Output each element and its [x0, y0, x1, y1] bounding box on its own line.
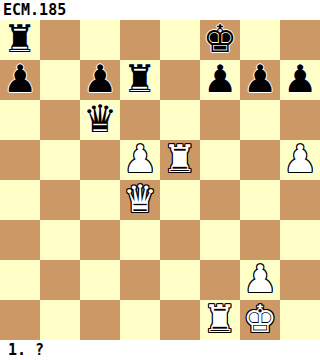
square-b2[interactable]: [40, 260, 80, 300]
square-d5[interactable]: ♟: [120, 140, 160, 180]
white-rook: ♜: [163, 139, 197, 179]
square-g3[interactable]: [240, 220, 280, 260]
white-pawn: ♟: [123, 139, 157, 179]
square-h4[interactable]: [280, 180, 320, 220]
square-f1[interactable]: ♜: [200, 300, 240, 340]
square-d2[interactable]: [120, 260, 160, 300]
square-b3[interactable]: [40, 220, 80, 260]
square-g7[interactable]: ♟: [240, 60, 280, 100]
chess-board: ♜♚♟♟♜♟♟♟♛♟♜♟♛♟♜♚: [0, 20, 320, 340]
diagram-header: ECM.185: [0, 0, 320, 20]
square-e1[interactable]: [160, 300, 200, 340]
square-f2[interactable]: [200, 260, 240, 300]
square-b4[interactable]: [40, 180, 80, 220]
square-f6[interactable]: [200, 100, 240, 140]
square-g2[interactable]: ♟: [240, 260, 280, 300]
square-a5[interactable]: [0, 140, 40, 180]
square-c1[interactable]: [80, 300, 120, 340]
square-c7[interactable]: ♟: [80, 60, 120, 100]
square-d3[interactable]: [120, 220, 160, 260]
black-pawn: ♟: [283, 59, 317, 99]
diagram-footer: 1. ?: [0, 340, 320, 360]
square-f8[interactable]: ♚: [200, 20, 240, 60]
white-king: ♚: [243, 299, 277, 339]
square-g8[interactable]: [240, 20, 280, 60]
square-b1[interactable]: [40, 300, 80, 340]
square-a1[interactable]: [0, 300, 40, 340]
square-a6[interactable]: [0, 100, 40, 140]
square-d7[interactable]: ♜: [120, 60, 160, 100]
square-a2[interactable]: [0, 260, 40, 300]
black-pawn: ♟: [83, 59, 117, 99]
square-f3[interactable]: [200, 220, 240, 260]
square-c8[interactable]: [80, 20, 120, 60]
square-h8[interactable]: [280, 20, 320, 60]
square-a8[interactable]: ♜: [0, 20, 40, 60]
square-c6[interactable]: ♛: [80, 100, 120, 140]
square-h2[interactable]: [280, 260, 320, 300]
white-queen: ♛: [123, 179, 157, 219]
white-pawn: ♟: [243, 259, 277, 299]
square-c3[interactable]: [80, 220, 120, 260]
square-e6[interactable]: [160, 100, 200, 140]
square-d6[interactable]: [120, 100, 160, 140]
square-b6[interactable]: [40, 100, 80, 140]
black-rook: ♜: [123, 59, 157, 99]
black-pawn: ♟: [3, 59, 37, 99]
square-b7[interactable]: [40, 60, 80, 100]
black-pawn: ♟: [243, 59, 277, 99]
square-e3[interactable]: [160, 220, 200, 260]
square-h6[interactable]: [280, 100, 320, 140]
square-g1[interactable]: ♚: [240, 300, 280, 340]
square-d1[interactable]: [120, 300, 160, 340]
square-c4[interactable]: [80, 180, 120, 220]
black-rook: ♜: [3, 19, 37, 59]
black-king: ♚: [203, 19, 237, 59]
square-e2[interactable]: [160, 260, 200, 300]
square-b5[interactable]: [40, 140, 80, 180]
square-h3[interactable]: [280, 220, 320, 260]
square-g6[interactable]: [240, 100, 280, 140]
square-f5[interactable]: [200, 140, 240, 180]
square-f4[interactable]: [200, 180, 240, 220]
square-h7[interactable]: ♟: [280, 60, 320, 100]
white-rook: ♜: [203, 299, 237, 339]
square-a4[interactable]: [0, 180, 40, 220]
square-a3[interactable]: [0, 220, 40, 260]
square-g4[interactable]: [240, 180, 280, 220]
square-e4[interactable]: [160, 180, 200, 220]
square-e7[interactable]: [160, 60, 200, 100]
square-a7[interactable]: ♟: [0, 60, 40, 100]
square-e8[interactable]: [160, 20, 200, 60]
square-d4[interactable]: ♛: [120, 180, 160, 220]
square-e5[interactable]: ♜: [160, 140, 200, 180]
square-b8[interactable]: [40, 20, 80, 60]
square-d8[interactable]: [120, 20, 160, 60]
square-c5[interactable]: [80, 140, 120, 180]
move-prompt: 1. ?: [0, 340, 44, 360]
white-pawn: ♟: [283, 139, 317, 179]
square-h5[interactable]: ♟: [280, 140, 320, 180]
square-g5[interactable]: [240, 140, 280, 180]
square-c2[interactable]: [80, 260, 120, 300]
black-pawn: ♟: [203, 59, 237, 99]
square-h1[interactable]: [280, 300, 320, 340]
black-queen: ♛: [83, 99, 117, 139]
square-f7[interactable]: ♟: [200, 60, 240, 100]
